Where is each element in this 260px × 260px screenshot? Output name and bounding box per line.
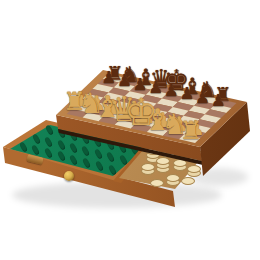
checker-disc [156, 157, 170, 165]
checker-disc [166, 174, 180, 182]
checker-disc [141, 163, 155, 171]
checker-disc [150, 179, 164, 187]
checker-disc [187, 165, 201, 173]
checker-disc [181, 177, 195, 185]
chess-set-photo: ♜♞♝♛♚♝♞♜♟♟♟♟♟♟♟♟♟♟♟♟♟♟♟♟♜♞♝♛♚♝♞♜ [0, 0, 260, 260]
drawer-knob [64, 171, 74, 181]
